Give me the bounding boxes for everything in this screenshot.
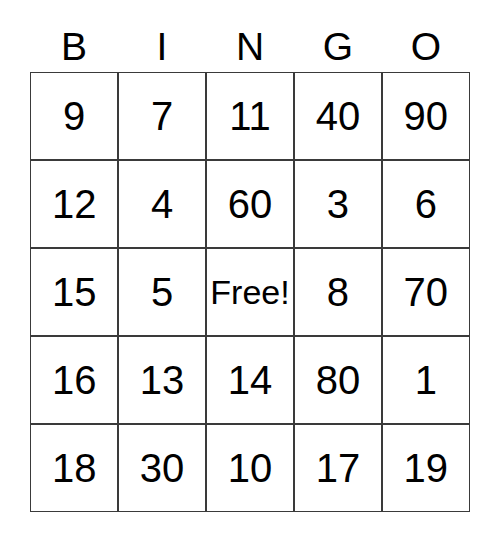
bingo-cell-r5c5[interactable]: 19 bbox=[383, 425, 469, 511]
bingo-cell-r5c3[interactable]: 10 bbox=[207, 425, 293, 511]
bingo-cell-r1c3[interactable]: 11 bbox=[207, 73, 293, 159]
bingo-cell-r5c4[interactable]: 17 bbox=[295, 425, 381, 511]
bingo-cell-r3c4[interactable]: 8 bbox=[295, 249, 381, 335]
bingo-cell-r4c3[interactable]: 14 bbox=[207, 337, 293, 423]
bingo-card: BINGO 971140901246036155Free!87016131480… bbox=[30, 20, 470, 512]
bingo-header-letter-o: O bbox=[382, 27, 470, 66]
bingo-header-letter-g: G bbox=[294, 27, 382, 66]
bingo-cell-r1c4[interactable]: 40 bbox=[295, 73, 381, 159]
bingo-cell-r2c1[interactable]: 12 bbox=[31, 161, 117, 247]
bingo-cell-r4c5[interactable]: 1 bbox=[383, 337, 469, 423]
bingo-cell-r2c2[interactable]: 4 bbox=[119, 161, 205, 247]
bingo-header-letter-n: N bbox=[206, 27, 294, 66]
bingo-cell-r4c2[interactable]: 13 bbox=[119, 337, 205, 423]
bingo-cell-r3c5[interactable]: 70 bbox=[383, 249, 469, 335]
bingo-cell-r3c2[interactable]: 5 bbox=[119, 249, 205, 335]
bingo-cell-free[interactable]: Free! bbox=[207, 249, 293, 335]
bingo-cell-r1c5[interactable]: 90 bbox=[383, 73, 469, 159]
bingo-cell-r2c4[interactable]: 3 bbox=[295, 161, 381, 247]
bingo-cell-r4c1[interactable]: 16 bbox=[31, 337, 117, 423]
bingo-cell-r1c2[interactable]: 7 bbox=[119, 73, 205, 159]
bingo-header-row: BINGO bbox=[30, 20, 470, 72]
bingo-header-letter-b: B bbox=[30, 27, 118, 66]
bingo-cell-r3c1[interactable]: 15 bbox=[31, 249, 117, 335]
bingo-header-letter-i: I bbox=[118, 27, 206, 66]
bingo-cell-r5c1[interactable]: 18 bbox=[31, 425, 117, 511]
bingo-board: 971140901246036155Free!87016131480118301… bbox=[30, 72, 470, 512]
bingo-cell-r4c4[interactable]: 80 bbox=[295, 337, 381, 423]
bingo-cell-r5c2[interactable]: 30 bbox=[119, 425, 205, 511]
bingo-cell-r2c3[interactable]: 60 bbox=[207, 161, 293, 247]
bingo-cell-r1c1[interactable]: 9 bbox=[31, 73, 117, 159]
bingo-cell-r2c5[interactable]: 6 bbox=[383, 161, 469, 247]
